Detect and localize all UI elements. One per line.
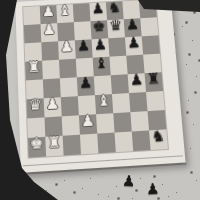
square-d1[interactable]	[80, 134, 98, 155]
square-h3[interactable]	[146, 91, 165, 111]
square-c1[interactable]	[63, 135, 81, 156]
square-c8[interactable]: ♝	[56, 4, 74, 23]
square-h7[interactable]	[140, 17, 158, 36]
board-edge-seam	[23, 155, 183, 166]
square-f3[interactable]	[112, 93, 130, 113]
piece-black-pawn[interactable]: ♟	[78, 74, 92, 90]
square-g2[interactable]	[130, 111, 149, 131]
piece-black-knight[interactable]: ♞	[151, 127, 166, 143]
square-h1[interactable]: ♞	[149, 129, 168, 150]
square-f2[interactable]	[113, 112, 132, 132]
square-c6[interactable]: ♟	[58, 40, 76, 59]
piece-white-rook[interactable]: ♜	[47, 134, 61, 150]
piece-black-pawn[interactable]: ♟	[125, 16, 139, 31]
square-e1[interactable]	[97, 133, 116, 154]
square-c5[interactable]	[59, 59, 77, 79]
square-e5[interactable]: ♝	[93, 57, 111, 77]
square-e2[interactable]	[96, 113, 114, 133]
piece-black-pawn[interactable]: ♟	[129, 71, 144, 87]
square-d4[interactable]: ♟	[77, 76, 95, 96]
square-c3[interactable]	[61, 96, 79, 116]
piece-white-pawn[interactable]: ♟	[41, 3, 55, 18]
square-b1[interactable]: ♜	[45, 136, 63, 157]
square-f4[interactable]	[111, 74, 129, 94]
piece-black-pawn[interactable]: ♟	[91, 1, 105, 16]
square-b3[interactable]: ♟	[44, 97, 62, 117]
piece-black-king[interactable]: ♚	[92, 18, 106, 33]
piece-white-pawn[interactable]: ♟	[45, 95, 59, 111]
chess-board: ♟♝♟♞♟♚♛♟♟♟♟♟♜♝♟♟♜♛♟♝♟♚♜♞	[15, 0, 185, 173]
square-f6[interactable]	[108, 37, 126, 56]
piece-white-queen[interactable]: ♛	[28, 96, 42, 112]
square-a5[interactable]: ♜	[25, 61, 43, 81]
piece-white-king[interactable]: ♚	[30, 135, 44, 151]
square-b6[interactable]	[41, 41, 59, 60]
square-d2[interactable]: ♟	[79, 114, 97, 134]
piece-black-knight[interactable]: ♞	[107, 0, 121, 14]
square-a8[interactable]	[23, 6, 40, 25]
piece-white-pawn[interactable]: ♟	[81, 112, 95, 128]
piece-black-pawn[interactable]: ♟	[93, 37, 107, 52]
piece-white-pawn[interactable]: ♟	[42, 21, 56, 36]
square-c4[interactable]	[60, 77, 78, 97]
square-h6[interactable]	[142, 35, 160, 54]
board-grid: ♟♝♟♞♟♚♛♟♟♟♟♟♜♝♟♟♜♛♟♝♟♚♜♞	[23, 0, 168, 158]
square-a3[interactable]: ♛	[27, 98, 45, 118]
captured-black-pawn-2[interactable]: ♟	[146, 182, 160, 197]
captured-black-pawn-1[interactable]: ♟	[122, 174, 136, 190]
square-g4[interactable]: ♟	[128, 73, 146, 93]
square-c2[interactable]	[62, 115, 80, 135]
piece-white-bishop[interactable]: ♝	[97, 92, 111, 108]
piece-black-rook[interactable]: ♜	[146, 70, 161, 86]
square-b5[interactable]	[42, 60, 60, 80]
square-f5[interactable]	[109, 56, 127, 76]
piece-white-pawn[interactable]: ♟	[60, 39, 74, 54]
square-g3[interactable]	[129, 92, 148, 112]
piece-white-rook[interactable]: ♜	[27, 59, 41, 74]
square-h4[interactable]: ♜	[145, 72, 163, 92]
square-e3[interactable]: ♝	[95, 94, 113, 114]
photo-scene: ♟♝♟♞♟♚♛♟♟♟♟♟♜♝♟♟♜♛♟♝♟♚♜♞ ♟ ♟	[0, 0, 200, 200]
square-d8[interactable]	[73, 3, 91, 22]
square-a1[interactable]: ♚	[28, 137, 46, 158]
square-f7[interactable]: ♛	[107, 19, 125, 38]
piece-black-queen[interactable]: ♛	[109, 17, 123, 32]
square-b7[interactable]: ♟	[41, 23, 59, 42]
square-f1[interactable]	[115, 131, 134, 152]
square-g1[interactable]	[132, 130, 151, 151]
square-a7[interactable]	[24, 24, 41, 43]
square-g6[interactable]: ♟	[125, 36, 143, 55]
piece-white-bishop[interactable]: ♝	[58, 2, 72, 17]
piece-black-pawn[interactable]: ♟	[76, 38, 90, 53]
piece-black-pawn[interactable]: ♟	[127, 35, 141, 50]
piece-black-bishop[interactable]: ♝	[94, 55, 108, 70]
square-d6[interactable]: ♟	[75, 39, 93, 58]
